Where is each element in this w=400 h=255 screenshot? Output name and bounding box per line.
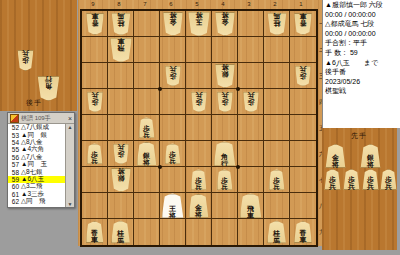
- square-3-8[interactable]: 飛車: [238, 193, 264, 219]
- square-9-5[interactable]: [82, 115, 108, 141]
- square-6-8[interactable]: 王将: [160, 193, 186, 219]
- move-number: 52: [8, 124, 19, 131]
- square-5-8[interactable]: 金将: [186, 193, 212, 219]
- move-number: 61: [8, 191, 19, 198]
- gote-piece-銀将[interactable]: 銀将: [214, 64, 235, 88]
- square-9-6[interactable]: 歩兵: [82, 141, 108, 167]
- square-9-4[interactable]: 歩兵: [82, 89, 108, 115]
- gote-piece-金将[interactable]: 金将: [162, 12, 183, 36]
- board-grid[interactable]: 香車桂馬金将玉将金将桂馬香車飛車歩兵銀将歩兵歩兵歩兵歩兵歩兵歩兵歩兵歩兵銀将歩兵…: [80, 9, 318, 247]
- info-line-0: ▲服部慎一郎 六段: [323, 0, 400, 10]
- square-2-9[interactable]: 桂馬: [264, 219, 290, 245]
- file-label: 6: [158, 0, 184, 9]
- piece-kanji: 桂: [273, 19, 280, 26]
- square-7-3[interactable]: [134, 63, 160, 89]
- square-6-6[interactable]: 歩兵: [160, 141, 186, 167]
- piece-kanji: 兵: [221, 91, 228, 98]
- info-line-6: ▲6八玉 まで: [323, 58, 400, 68]
- square-1-9[interactable]: 香車: [290, 219, 316, 245]
- square-3-3[interactable]: [238, 63, 264, 89]
- sente-piece-桂馬[interactable]: 桂馬: [267, 221, 287, 244]
- square-6-4[interactable]: [160, 89, 186, 115]
- square-2-1[interactable]: 桂馬: [264, 11, 290, 37]
- square-8-4[interactable]: [108, 89, 134, 115]
- square-6-3[interactable]: 歩兵: [160, 63, 186, 89]
- game-info-panel: ▲服部慎一郎 六段00:00 / 00:00:00△都成竜馬 七段00:00 /…: [322, 0, 400, 128]
- square-8-7[interactable]: 銀将: [108, 167, 134, 193]
- kifu-title: 棋譜 109手: [21, 114, 68, 123]
- square-9-3[interactable]: [82, 63, 108, 89]
- move-number: 53: [8, 132, 19, 139]
- square-1-6[interactable]: [290, 141, 316, 167]
- square-7-8[interactable]: [134, 193, 160, 219]
- square-8-3[interactable]: [108, 63, 134, 89]
- kifu-window: 棋譜 109手 × 52△7八銀成53▲同 銀54△8八金55▲4六角56△7八…: [7, 112, 75, 208]
- square-8-8[interactable]: [108, 193, 134, 219]
- piece-kanji: 兵: [143, 131, 150, 138]
- info-line-1: 00:00 / 00:00:00: [323, 10, 400, 20]
- move-number: 62: [8, 198, 19, 205]
- square-7-1[interactable]: [134, 11, 160, 37]
- square-9-2[interactable]: [82, 37, 108, 63]
- square-3-1[interactable]: [238, 11, 264, 37]
- piece-kanji: 将: [169, 211, 176, 218]
- square-2-6[interactable]: [264, 141, 290, 167]
- piece-kanji: 兵: [247, 91, 254, 98]
- square-1-8[interactable]: [290, 193, 316, 219]
- piece-kanji: 将: [221, 64, 228, 71]
- piece-kanji: 桂: [117, 230, 124, 237]
- square-6-9[interactable]: [160, 219, 186, 245]
- sente-piece-歩兵[interactable]: 歩兵: [380, 169, 397, 190]
- gote-piece-歩兵[interactable]: 歩兵: [17, 50, 34, 71]
- piece-kanji: 馬: [273, 12, 280, 19]
- square-7-2[interactable]: [134, 37, 160, 63]
- gote-piece-玉将[interactable]: 玉将: [187, 11, 210, 36]
- info-line-9: 棋聖戦: [323, 86, 400, 96]
- file-label: 7: [132, 0, 158, 9]
- square-5-6[interactable]: [186, 141, 212, 167]
- piece-kanji: 兵: [91, 91, 98, 98]
- move-text: △同 飛: [21, 197, 46, 206]
- gote-piece-香車[interactable]: 香車: [294, 13, 313, 35]
- piece-kanji: 歩: [143, 124, 150, 131]
- piece-kanji: 香: [300, 229, 307, 236]
- piece-kanji: 王: [169, 204, 176, 211]
- sente-piece-歩兵[interactable]: 歩兵: [138, 117, 155, 138]
- piece-kanji: 角: [45, 83, 52, 90]
- gote-komadai: 後手 歩兵角行: [0, 0, 77, 111]
- sente-piece-金将[interactable]: 金将: [188, 194, 209, 218]
- sente-piece-金将[interactable]: 金将: [325, 144, 346, 168]
- piece-kanji: 将: [221, 12, 228, 19]
- piece-kanji: 歩: [195, 176, 202, 183]
- piece-kanji: 歩: [367, 176, 374, 183]
- piece-kanji: 兵: [300, 65, 307, 72]
- piece-kanji: 兵: [273, 183, 280, 190]
- piece-kanji: 行: [45, 76, 52, 83]
- piece-kanji: 歩: [385, 176, 392, 183]
- gote-piece-歩兵[interactable]: 歩兵: [112, 143, 129, 164]
- gote-piece-桂馬[interactable]: 桂馬: [111, 12, 131, 35]
- square-1-2[interactable]: [290, 37, 316, 63]
- square-7-6[interactable]: 銀将: [134, 141, 160, 167]
- square-1-1[interactable]: 香車: [290, 11, 316, 37]
- hoshi-dot: [236, 165, 240, 169]
- piece-kanji: 車: [91, 13, 98, 20]
- gote-piece-歩兵[interactable]: 歩兵: [216, 91, 233, 112]
- square-5-1[interactable]: 玉将: [186, 11, 212, 37]
- sente-piece-香車[interactable]: 香車: [294, 221, 313, 243]
- sente-piece-角行[interactable]: 角行: [213, 141, 236, 166]
- piece-kanji: 角: [221, 152, 228, 159]
- piece-kanji: 香: [91, 20, 98, 27]
- move-list-scrollbar[interactable]: ▲ ▼: [65, 124, 74, 207]
- piece-kanji: 金: [332, 154, 339, 161]
- sente-piece-歩兵[interactable]: 歩兵: [86, 143, 103, 164]
- square-3-6[interactable]: [238, 141, 264, 167]
- square-9-8[interactable]: [82, 193, 108, 219]
- piece-kanji: 兵: [385, 183, 392, 190]
- close-icon[interactable]: ×: [68, 115, 72, 122]
- piece-kanji: 歩: [300, 72, 307, 79]
- move-number: 58: [8, 169, 19, 176]
- shogi-board: 987654321 香車桂馬金将玉将金将桂馬香車飛車歩兵銀将歩兵歩兵歩兵歩兵歩兵…: [78, 0, 322, 246]
- piece-kanji: 飛: [117, 44, 124, 51]
- square-3-2[interactable]: [238, 37, 264, 63]
- piece-kanji: 金: [221, 19, 228, 26]
- gote-piece-金将[interactable]: 金将: [214, 12, 235, 36]
- square-6-1[interactable]: 金将: [160, 11, 186, 37]
- gote-piece-銀将[interactable]: 銀将: [110, 168, 131, 192]
- square-4-6[interactable]: 角行: [212, 141, 238, 167]
- square-2-5[interactable]: [264, 115, 290, 141]
- piece-kanji: 歩: [221, 98, 228, 105]
- square-9-9[interactable]: 香車: [82, 219, 108, 245]
- piece-kanji: 兵: [221, 183, 228, 190]
- shogi-app-window: 後手 歩兵角行 987654321 香車桂馬金将玉将金将桂馬香車飛車歩兵銀将歩兵…: [0, 0, 400, 255]
- square-7-5[interactable]: 歩兵: [134, 115, 160, 141]
- piece-kanji: 兵: [91, 157, 98, 164]
- piece-kanji: 行: [221, 159, 228, 166]
- sente-piece-銀将[interactable]: 銀将: [360, 144, 381, 168]
- piece-kanji: 将: [117, 168, 124, 175]
- sente-piece-歩兵[interactable]: 歩兵: [362, 169, 379, 190]
- sente-komadai: 先手 金将銀将歩兵歩兵歩兵歩兵: [322, 128, 397, 250]
- square-1-3[interactable]: 歩兵: [290, 63, 316, 89]
- info-line-3: 00:00 / 00:00:00: [323, 29, 400, 39]
- sente-piece-銀将[interactable]: 銀将: [136, 142, 157, 166]
- piece-kanji: 歩: [273, 176, 280, 183]
- piece-kanji: 銀: [221, 71, 228, 78]
- square-5-3[interactable]: [186, 63, 212, 89]
- square-3-7[interactable]: [238, 167, 264, 193]
- square-4-5[interactable]: [212, 115, 238, 141]
- piece-kanji: 銀: [143, 152, 150, 159]
- sente-piece-飛車[interactable]: 飛車: [239, 193, 262, 218]
- piece-kanji: 兵: [195, 91, 202, 98]
- piece-kanji: 車: [91, 236, 98, 243]
- piece-kanji: 車: [247, 211, 254, 218]
- piece-kanji: 銀: [117, 175, 124, 182]
- piece-kanji: 馬: [117, 12, 124, 19]
- square-1-7[interactable]: [290, 167, 316, 193]
- piece-kanji: 金: [195, 204, 202, 211]
- square-9-7[interactable]: [82, 167, 108, 193]
- hoshi-dot: [236, 87, 240, 91]
- square-8-6[interactable]: 歩兵: [108, 141, 134, 167]
- info-line-5: 手 数： 59: [323, 48, 400, 58]
- square-4-1[interactable]: 金将: [212, 11, 238, 37]
- hoshi-dot: [158, 87, 162, 91]
- square-6-7[interactable]: [160, 167, 186, 193]
- sente-label: 先手: [351, 131, 367, 141]
- file-coordinate-labels: 987654321: [80, 0, 314, 9]
- scroll-up-icon[interactable]: ▲: [68, 124, 73, 130]
- gote-piece-歩兵[interactable]: 歩兵: [164, 65, 181, 86]
- square-3-4[interactable]: 歩兵: [238, 89, 264, 115]
- file-label: 8: [106, 0, 132, 9]
- piece-kanji: 香: [91, 229, 98, 236]
- square-8-9[interactable]: 桂馬: [108, 219, 134, 245]
- piece-kanji: 歩: [91, 150, 98, 157]
- piece-kanji: 香: [300, 20, 307, 27]
- sente-piece-桂馬[interactable]: 桂馬: [111, 221, 131, 244]
- piece-kanji: 歩: [195, 98, 202, 105]
- piece-kanji: 将: [143, 159, 150, 166]
- file-label: 2: [262, 0, 288, 9]
- square-5-5[interactable]: [186, 115, 212, 141]
- square-6-5[interactable]: [160, 115, 186, 141]
- piece-kanji: 歩: [91, 98, 98, 105]
- file-label: 9: [80, 0, 106, 9]
- piece-kanji: 兵: [348, 183, 355, 190]
- piece-kanji: 兵: [22, 50, 29, 57]
- square-5-9[interactable]: [186, 219, 212, 245]
- gote-piece-香車[interactable]: 香車: [85, 13, 104, 35]
- piece-kanji: 兵: [329, 183, 336, 190]
- hoshi-dot: [158, 165, 162, 169]
- piece-kanji: 金: [169, 19, 176, 26]
- move-number: 56: [8, 154, 19, 161]
- piece-kanji: 歩: [221, 176, 228, 183]
- info-line-8: 2023/05/26: [323, 77, 400, 87]
- piece-kanji: 桂: [117, 19, 124, 26]
- piece-kanji: 車: [117, 37, 124, 44]
- square-4-8[interactable]: [212, 193, 238, 219]
- piece-kanji: 桂: [273, 230, 280, 237]
- square-2-8[interactable]: [264, 193, 290, 219]
- move-number: 57: [8, 161, 19, 168]
- square-2-3[interactable]: [264, 63, 290, 89]
- square-4-9[interactable]: [212, 219, 238, 245]
- gote-label: 後手: [26, 98, 42, 108]
- square-8-2[interactable]: 飛車: [108, 37, 134, 63]
- piece-kanji: 将: [195, 211, 202, 218]
- square-2-2[interactable]: [264, 37, 290, 63]
- kifu-titlebar[interactable]: 棋譜 109手 ×: [8, 113, 74, 124]
- gote-piece-飛車[interactable]: 飛車: [109, 37, 132, 62]
- scroll-down-icon[interactable]: ▼: [68, 201, 73, 207]
- piece-kanji: 歩: [117, 150, 124, 157]
- square-7-7[interactable]: [134, 167, 160, 193]
- square-1-4[interactable]: [290, 89, 316, 115]
- piece-kanji: 兵: [117, 143, 124, 150]
- gote-piece-歩兵[interactable]: 歩兵: [242, 91, 259, 112]
- square-3-9[interactable]: [238, 219, 264, 245]
- square-7-4[interactable]: [134, 89, 160, 115]
- square-4-4[interactable]: 歩兵: [212, 89, 238, 115]
- square-4-7[interactable]: 歩兵: [212, 167, 238, 193]
- square-5-4[interactable]: 歩兵: [186, 89, 212, 115]
- square-4-3[interactable]: 銀将: [212, 63, 238, 89]
- square-3-5[interactable]: [238, 115, 264, 141]
- piece-kanji: 歩: [169, 72, 176, 79]
- sente-piece-歩兵[interactable]: 歩兵: [190, 169, 207, 190]
- piece-kanji: 歩: [169, 150, 176, 157]
- move-list[interactable]: 52△7八銀成53▲同 銀54△8八金55▲4六角56△7八金57▲同 玉58△…: [8, 124, 66, 207]
- square-1-5[interactable]: [290, 115, 316, 141]
- square-5-2[interactable]: [186, 37, 212, 63]
- square-6-2[interactable]: [160, 37, 186, 63]
- piece-kanji: 兵: [367, 183, 374, 190]
- kifu-move-row-62[interactable]: 62△同 飛: [8, 198, 66, 205]
- info-line-7: 後手番: [323, 67, 400, 77]
- piece-kanji: 将: [332, 161, 339, 168]
- file-label: 4: [210, 0, 236, 9]
- move-number: 60: [8, 183, 19, 190]
- square-8-1[interactable]: 桂馬: [108, 11, 134, 37]
- move-number: 54: [8, 139, 19, 146]
- square-2-4[interactable]: [264, 89, 290, 115]
- piece-kanji: 兵: [169, 65, 176, 72]
- piece-kanji: 銀: [367, 154, 374, 161]
- piece-kanji: 馬: [273, 237, 280, 244]
- piece-kanji: 将: [169, 12, 176, 19]
- square-4-2[interactable]: [212, 37, 238, 63]
- sente-piece-歩兵[interactable]: 歩兵: [164, 143, 181, 164]
- piece-kanji: 将: [195, 11, 202, 18]
- square-8-5[interactable]: [108, 115, 134, 141]
- piece-kanji: 歩: [22, 57, 29, 64]
- file-label: 3: [236, 0, 262, 9]
- piece-kanji: 歩: [247, 98, 254, 105]
- square-5-7[interactable]: 歩兵: [186, 167, 212, 193]
- sente-piece-歩兵[interactable]: 歩兵: [216, 169, 233, 190]
- info-line-4: 手合割：平手: [323, 38, 400, 48]
- kifu-crest-icon: [10, 114, 19, 123]
- piece-kanji: 車: [300, 13, 307, 20]
- file-label: 5: [184, 0, 210, 9]
- square-9-1[interactable]: 香車: [82, 11, 108, 37]
- sente-piece-歩兵[interactable]: 歩兵: [343, 169, 360, 190]
- move-number: 59: [8, 176, 19, 183]
- piece-kanji: 飛: [247, 204, 254, 211]
- gote-piece-桂馬[interactable]: 桂馬: [267, 12, 287, 35]
- piece-kanji: 将: [367, 161, 374, 168]
- piece-kanji: 兵: [169, 157, 176, 164]
- file-label: 1: [288, 0, 314, 9]
- info-line-2: △都成竜馬 七段: [323, 19, 400, 29]
- sente-piece-歩兵[interactable]: 歩兵: [268, 169, 285, 190]
- gote-piece-歩兵[interactable]: 歩兵: [295, 65, 312, 86]
- sente-piece-歩兵[interactable]: 歩兵: [324, 169, 341, 190]
- piece-kanji: 馬: [117, 237, 124, 244]
- sente-piece-王将[interactable]: 王将: [161, 193, 184, 218]
- sente-piece-香車[interactable]: 香車: [85, 221, 104, 243]
- piece-kanji: 歩: [329, 176, 336, 183]
- square-7-9[interactable]: [134, 219, 160, 245]
- piece-kanji: 車: [300, 236, 307, 243]
- gote-piece-歩兵[interactable]: 歩兵: [190, 91, 207, 112]
- square-2-7[interactable]: 歩兵: [264, 167, 290, 193]
- move-number: 55: [8, 146, 19, 153]
- piece-kanji: 歩: [348, 176, 355, 183]
- piece-kanji: 兵: [195, 183, 202, 190]
- piece-kanji: 玉: [195, 18, 202, 25]
- gote-piece-歩兵[interactable]: 歩兵: [86, 91, 103, 112]
